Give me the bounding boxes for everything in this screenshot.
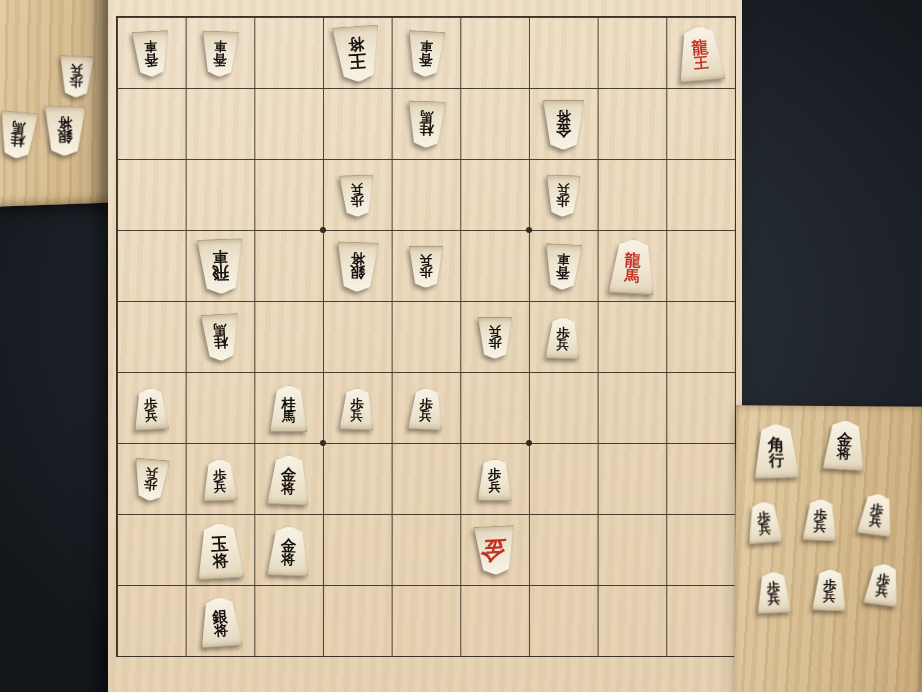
piece-gote-lance-8a[interactable]: 香車 [201, 30, 239, 77]
piece-sente-gold-7h[interactable]: 金将 [267, 525, 310, 576]
square-1h[interactable] [666, 514, 735, 585]
kanji-gold-1: 将 [281, 482, 295, 496]
kanji-silver-1: 将 [213, 623, 228, 638]
kanji-pawn-1: 兵 [419, 410, 432, 423]
kanji-silver-1: 将 [58, 115, 72, 129]
square-3g[interactable] [529, 443, 598, 514]
square-9b[interactable] [117, 88, 186, 159]
kanji-promoted-silver-0: 金 [482, 537, 507, 563]
square-1f[interactable] [666, 372, 735, 443]
piece-gote-pawn-5d[interactable]: 歩兵 [409, 246, 443, 288]
star-point [526, 440, 532, 446]
board-grid: 香車香車王将香車龍王桂馬金将歩兵歩兵飛車銀将歩兵香車龍馬桂馬歩兵歩兵歩兵桂馬歩兵… [116, 16, 736, 657]
desk-surface: 歩兵桂馬銀将 香車香車王将香車龍王桂馬金将歩兵歩兵飛車銀将歩兵香車龍馬桂馬歩兵歩… [0, 0, 922, 692]
kanji-gold-1: 将 [837, 447, 852, 461]
square-7d[interactable] [254, 230, 323, 301]
square-4i[interactable] [460, 585, 529, 656]
square-7b[interactable] [254, 88, 323, 159]
star-point [526, 227, 532, 233]
square-7c[interactable] [254, 159, 323, 230]
square-1b[interactable] [666, 88, 735, 159]
square-6i[interactable] [323, 585, 392, 656]
kanji-gold-1: 将 [281, 553, 295, 567]
piece-sente-pawn-9f[interactable]: 歩兵 [133, 387, 169, 431]
kanji-rook-0: 飛 [211, 264, 229, 281]
kanji-pawn-1: 兵 [814, 522, 827, 534]
piece-gote-promoted-silver-4h[interactable]: 金 [473, 525, 516, 576]
piece-sente-pawn-hand2[interactable]: 歩兵 [746, 500, 783, 545]
kanji-lance-1: 車 [420, 39, 433, 52]
square-5e[interactable] [392, 301, 461, 372]
square-5c[interactable] [392, 159, 461, 230]
piece-sente-bishop-hand0[interactable]: 角行 [753, 423, 799, 479]
square-5i[interactable] [392, 585, 461, 656]
kanji-pawn-1: 兵 [145, 465, 158, 478]
square-3i[interactable] [529, 585, 598, 656]
square-2h[interactable] [598, 514, 667, 585]
kanji-knight-1: 馬 [420, 109, 433, 122]
piece-sente-king-sente-8h[interactable]: 玉将 [196, 521, 245, 579]
square-9h[interactable] [117, 514, 186, 585]
square-8f[interactable] [186, 372, 255, 443]
kanji-pawn-1: 兵 [557, 181, 570, 193]
square-6e[interactable] [323, 301, 392, 372]
square-2i[interactable] [598, 585, 667, 656]
square-3h[interactable] [529, 514, 598, 585]
square-9e[interactable] [117, 301, 186, 372]
square-2b[interactable] [598, 88, 667, 159]
square-7e[interactable] [254, 301, 323, 372]
piece-sente-pawn-hand6[interactable]: 歩兵 [812, 568, 848, 611]
kanji-knight-1: 馬 [12, 120, 26, 134]
komadai-sente-captured-stand[interactable]: 角行金将歩兵歩兵歩兵歩兵歩兵歩兵 [734, 405, 922, 692]
kanji-pawn-1: 兵 [489, 482, 501, 494]
kanji-pawn-1: 兵 [420, 252, 432, 264]
piece-sente-gold-7g[interactable]: 金将 [267, 454, 310, 505]
piece-gote-pawn-3c[interactable]: 歩兵 [546, 174, 581, 217]
kanji-knight-1: 馬 [282, 411, 295, 424]
piece-gote-king-gote-6a[interactable]: 王将 [332, 24, 382, 83]
piece-sente-pawn-hand5[interactable]: 歩兵 [756, 571, 792, 614]
square-7i[interactable] [254, 585, 323, 656]
piece-sente-promoted-bishop-2d[interactable]: 龍馬 [608, 238, 656, 295]
piece-sente-knight-7f[interactable]: 桂馬 [270, 385, 307, 432]
piece-gote-knight-8e[interactable]: 桂馬 [200, 313, 239, 362]
square-2e[interactable] [598, 301, 667, 372]
kanji-pawn-1: 兵 [869, 516, 883, 529]
square-3f[interactable] [529, 372, 598, 443]
square-1g[interactable] [666, 443, 735, 514]
kanji-promoted-rook-1: 王 [693, 55, 709, 71]
square-6b[interactable] [323, 88, 392, 159]
kanji-lance-1: 車 [557, 252, 570, 265]
kanji-lance-1: 車 [144, 39, 157, 52]
square-1c[interactable] [666, 159, 735, 230]
piece-gote-rook-8d[interactable]: 飛車 [197, 238, 244, 295]
square-9i[interactable] [117, 585, 186, 656]
kanji-pawn-1: 兵 [70, 62, 83, 74]
piece-gote-lance-3d[interactable]: 香車 [544, 243, 582, 291]
square-1d[interactable] [666, 230, 735, 301]
kanji-promoted-bishop-1: 馬 [624, 268, 640, 283]
piece-gote-pawn-4e[interactable]: 歩兵 [478, 317, 512, 359]
square-1e[interactable] [666, 301, 735, 372]
kanji-pawn-1: 兵 [557, 339, 570, 351]
square-4b[interactable] [460, 88, 529, 159]
piece-sente-pawn-8g[interactable]: 歩兵 [202, 458, 237, 501]
piece-gote-silver-hand2[interactable]: 銀将 [44, 106, 86, 157]
piece-gote-lance-5a[interactable]: 香車 [407, 30, 445, 78]
piece-gote-knight-hand1[interactable]: 桂馬 [0, 110, 38, 160]
piece-gote-pawn-6c[interactable]: 歩兵 [340, 174, 375, 217]
piece-gote-gold-3b[interactable]: 金将 [543, 100, 584, 150]
kanji-pawn-1: 兵 [768, 594, 781, 606]
star-point [320, 440, 326, 446]
square-2c[interactable] [598, 159, 667, 230]
piece-sente-pawn-4g[interactable]: 歩兵 [478, 459, 512, 501]
kanji-pawn-1: 兵 [214, 481, 227, 493]
square-2a[interactable] [598, 17, 667, 88]
kanji-pawn-1: 兵 [145, 410, 158, 423]
kanji-pawn-1: 兵 [823, 592, 836, 604]
kanji-king-sente-1: 将 [212, 552, 229, 568]
piece-sente-pawn-3e[interactable]: 歩兵 [546, 316, 581, 359]
piece-sente-pawn-hand4[interactable]: 歩兵 [857, 491, 896, 537]
kanji-knight-1: 馬 [213, 322, 227, 335]
piece-sente-pawn-5f[interactable]: 歩兵 [408, 387, 444, 431]
piece-sente-silver-8i[interactable]: 銀将 [198, 595, 242, 648]
square-8c[interactable] [186, 159, 255, 230]
kanji-lance-1: 車 [214, 39, 227, 52]
square-2f[interactable] [598, 372, 667, 443]
square-4f[interactable] [460, 372, 529, 443]
kanji-king-gote-1: 将 [348, 35, 365, 51]
kanji-bishop-1: 行 [769, 453, 785, 468]
square-8b[interactable] [186, 88, 255, 159]
square-3a[interactable] [529, 17, 598, 88]
piece-gote-lance-9a[interactable]: 香車 [132, 30, 170, 78]
shogi-board: 香車香車王将香車龍王桂馬金将歩兵歩兵飛車銀将歩兵香車龍馬桂馬歩兵歩兵歩兵桂馬歩兵… [108, 0, 742, 692]
kanji-silver-1: 将 [350, 250, 364, 264]
piece-sente-pawn-6f[interactable]: 歩兵 [340, 387, 375, 430]
square-4c[interactable] [460, 159, 529, 230]
square-6g[interactable] [323, 443, 392, 514]
square-1i[interactable] [666, 585, 735, 656]
piece-gote-silver-6d[interactable]: 銀将 [336, 241, 379, 292]
kanji-rook-1: 車 [212, 249, 228, 265]
piece-gote-pawn-hand0[interactable]: 歩兵 [59, 55, 94, 98]
square-7a[interactable] [254, 17, 323, 88]
piece-gote-knight-5b[interactable]: 桂馬 [407, 100, 446, 148]
square-9d[interactable] [117, 230, 186, 301]
square-6h[interactable] [323, 514, 392, 585]
square-4d[interactable] [460, 230, 529, 301]
kanji-silver-0: 銀 [57, 129, 73, 144]
kanji-pawn-1: 兵 [489, 323, 501, 335]
kanji-pawn-1: 兵 [875, 586, 889, 599]
square-5h[interactable] [392, 514, 461, 585]
piece-sente-pawn-hand7[interactable]: 歩兵 [863, 561, 902, 607]
kanji-pawn-1: 兵 [351, 410, 364, 422]
square-5g[interactable] [392, 443, 461, 514]
kanji-pawn-1: 兵 [758, 524, 771, 537]
kanji-gold-1: 将 [556, 109, 570, 123]
square-4a[interactable] [460, 17, 529, 88]
kanji-pawn-1: 兵 [351, 181, 364, 193]
square-9c[interactable] [117, 159, 186, 230]
piece-sente-gold-hand1[interactable]: 金将 [822, 419, 866, 471]
piece-gote-pawn-9g[interactable]: 歩兵 [133, 457, 171, 502]
square-2g[interactable] [598, 443, 667, 514]
piece-sente-promoted-rook-1a[interactable]: 龍王 [676, 24, 726, 83]
piece-sente-pawn-hand3[interactable]: 歩兵 [802, 498, 838, 541]
star-point [320, 227, 326, 233]
kanji-knight-0: 桂 [418, 122, 433, 137]
